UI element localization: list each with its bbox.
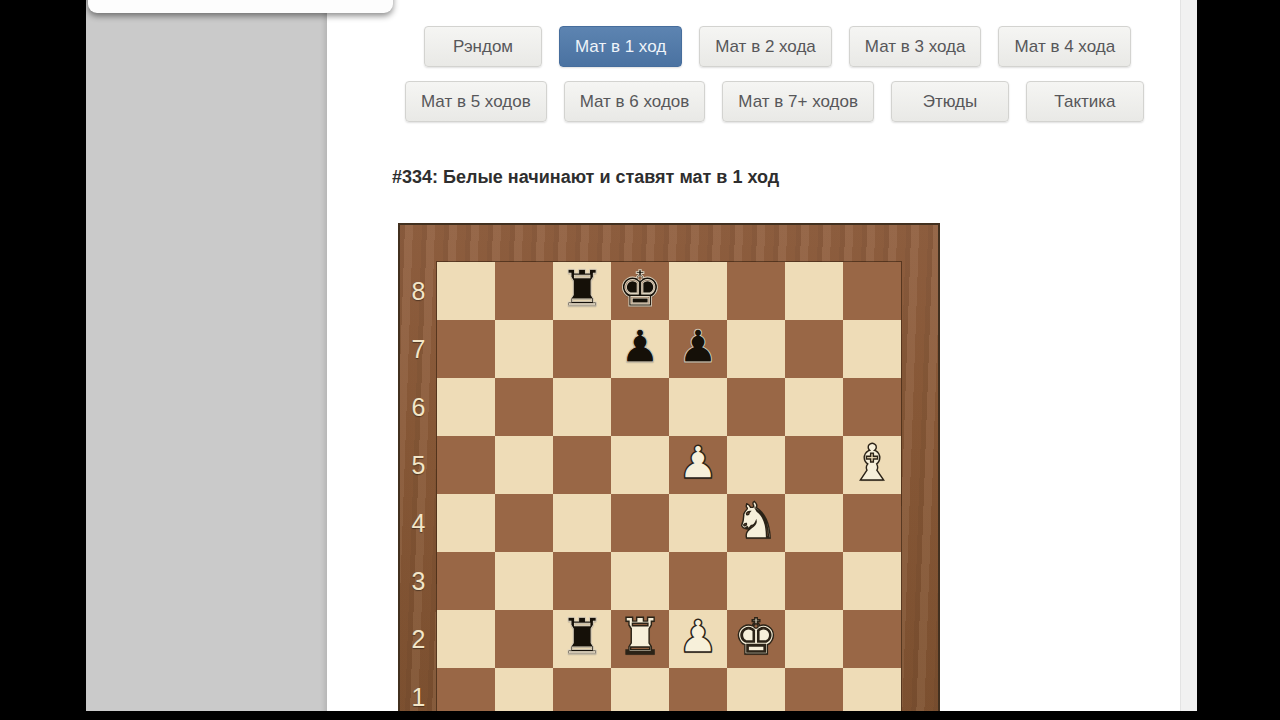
square-d8[interactable]: ♚ [611,262,669,320]
square-g4[interactable] [785,494,843,552]
floating-card [88,0,393,13]
square-d2[interactable]: ♜ [611,610,669,668]
square-d5[interactable] [611,436,669,494]
square-f8[interactable] [727,262,785,320]
nav-button[interactable]: Мат в 7+ ходов [722,81,874,122]
rank-label: 5 [400,436,437,494]
square-f6[interactable] [727,378,785,436]
white-pawn: ♟ [678,434,718,492]
square-a7[interactable] [437,320,495,378]
nav-button[interactable]: Этюды [891,81,1009,122]
square-g7[interactable] [785,320,843,378]
square-h3[interactable] [843,552,901,610]
square-h7[interactable] [843,320,901,378]
square-c4[interactable] [553,494,611,552]
square-e7[interactable]: ♟ [669,320,727,378]
square-f5[interactable] [727,436,785,494]
nav-button[interactable]: Мат в 4 хода [998,26,1131,67]
black-rook: ♜ [560,608,605,666]
black-pawn: ♟ [678,318,718,376]
square-h6[interactable] [843,378,901,436]
square-a2[interactable] [437,610,495,668]
scrollbar[interactable] [1180,0,1198,720]
square-g3[interactable] [785,552,843,610]
square-e2[interactable]: ♟ [669,610,727,668]
rank-label: 8 [400,262,437,320]
rank-label: 2 [400,610,437,668]
square-e3[interactable] [669,552,727,610]
nav-row2: Мат в 5 ходовМат в 6 ходовМат в 7+ ходов… [405,81,1144,122]
square-b6[interactable] [495,378,553,436]
square-a5[interactable] [437,436,495,494]
square-a8[interactable] [437,262,495,320]
square-h5[interactable]: ♝ [843,436,901,494]
square-a6[interactable] [437,378,495,436]
square-f4[interactable]: ♞ [727,494,785,552]
nav-button[interactable]: Мат в 5 ходов [405,81,547,122]
square-h2[interactable] [843,610,901,668]
square-d4[interactable] [611,494,669,552]
right-pillarbox [1197,0,1280,720]
left-gray-panel [86,0,327,720]
rank-label: 6 [400,378,437,436]
nav-button[interactable]: Мат в 6 ходов [564,81,706,122]
rank-label: 4 [400,494,437,552]
nav-button[interactable]: Рэндом [424,26,542,67]
square-b4[interactable] [495,494,553,552]
chess-board: 87654321 ♜♚♟♟♟♝♞♜♜♟♚ [398,223,940,720]
white-rook: ♜ [618,608,663,666]
square-g2[interactable] [785,610,843,668]
white-pawn: ♟ [678,608,718,666]
square-c8[interactable]: ♜ [553,262,611,320]
square-a3[interactable] [437,552,495,610]
square-e5[interactable]: ♟ [669,436,727,494]
square-f3[interactable] [727,552,785,610]
square-f7[interactable] [727,320,785,378]
rank-label: 7 [400,320,437,378]
rank-labels: 87654321 [400,225,437,720]
nav-button[interactable]: Мат в 2 хода [699,26,832,67]
square-h4[interactable] [843,494,901,552]
left-pillarbox [0,0,86,720]
square-b5[interactable] [495,436,553,494]
square-g5[interactable] [785,436,843,494]
square-b3[interactable] [495,552,553,610]
white-bishop: ♝ [850,434,895,492]
square-b2[interactable] [495,610,553,668]
square-g8[interactable] [785,262,843,320]
white-king: ♚ [734,608,779,666]
page: РэндомМат в 1 ходМат в 2 ходаМат в 3 ход… [0,0,1280,720]
square-e8[interactable] [669,262,727,320]
square-b7[interactable] [495,320,553,378]
square-c6[interactable] [553,378,611,436]
square-c7[interactable] [553,320,611,378]
square-d7[interactable]: ♟ [611,320,669,378]
board-squares: ♜♚♟♟♟♝♞♜♜♟♚ [437,262,901,720]
square-c5[interactable] [553,436,611,494]
square-e4[interactable] [669,494,727,552]
square-a4[interactable] [437,494,495,552]
rank-label: 3 [400,552,437,610]
nav-button[interactable]: Мат в 1 ход [559,26,682,67]
square-f2[interactable]: ♚ [727,610,785,668]
square-c3[interactable] [553,552,611,610]
square-c2[interactable]: ♜ [553,610,611,668]
bottom-pillarbox [0,711,1280,720]
black-king: ♚ [618,260,663,318]
square-e6[interactable] [669,378,727,436]
nav-button[interactable]: Мат в 3 хода [849,26,982,67]
black-pawn: ♟ [620,318,660,376]
square-d6[interactable] [611,378,669,436]
black-rook: ♜ [560,260,605,318]
nav-button[interactable]: Тактика [1026,81,1144,122]
puzzle-title: #334: Белые начинают и ставят мат в 1 хо… [392,167,779,188]
square-b8[interactable] [495,262,553,320]
white-knight: ♞ [734,492,779,550]
square-h8[interactable] [843,262,901,320]
square-d3[interactable] [611,552,669,610]
square-g6[interactable] [785,378,843,436]
nav-row1: РэндомМат в 1 ходМат в 2 ходаМат в 3 ход… [424,26,1131,67]
